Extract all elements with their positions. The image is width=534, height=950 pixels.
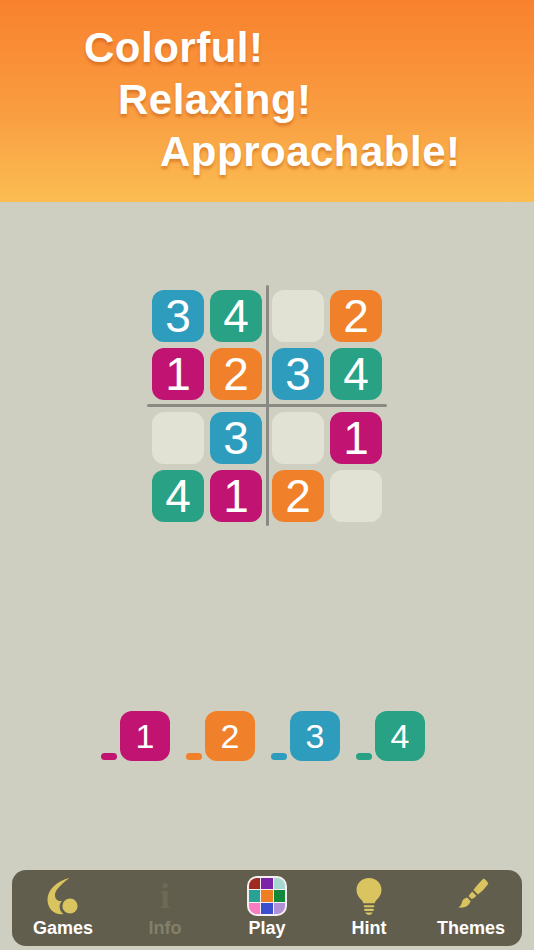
banner-line-1: Colorful! (84, 24, 263, 72)
sudoku-board: 342123431412 (152, 290, 382, 522)
tray-tile-1-count-dash (101, 753, 117, 760)
grid-cell-r1c2[interactable]: 4 (210, 290, 262, 342)
tray-tile-4-count-dash (356, 753, 372, 760)
grid-cell-r2c3[interactable]: 3 (272, 348, 324, 400)
play-icon-swatch (274, 878, 285, 889)
play-icon-swatch (249, 878, 260, 889)
tab-hint-label: Hint (352, 917, 387, 939)
grid-cell-r1c1[interactable]: 3 (152, 290, 204, 342)
play-icon-swatch (261, 878, 272, 889)
grid-cell-r2c1[interactable]: 1 (152, 348, 204, 400)
tray-tile-3[interactable]: 3 (290, 711, 340, 761)
grid-cell-r3c3[interactable] (272, 412, 324, 464)
grid-cell-r3c1[interactable] (152, 412, 204, 464)
tray-tile-1[interactable]: 1 (120, 711, 170, 761)
tab-info-label: Info (149, 917, 182, 939)
tray-tile-2[interactable]: 2 (205, 711, 255, 761)
number-tray: 1234 (120, 711, 425, 761)
themes-icon (451, 875, 491, 917)
tab-themes-label: Themes (437, 917, 505, 939)
tab-info[interactable]: i Info (114, 870, 216, 946)
tray-tile-2-count-dash (186, 753, 202, 760)
grid-cell-r3c2[interactable]: 3 (210, 412, 262, 464)
grid-cell-r3c4[interactable]: 1 (330, 412, 382, 464)
play-icon-swatch (274, 903, 285, 914)
play-icon-swatch (261, 890, 272, 901)
tab-games-label: Games (33, 917, 93, 939)
grid-cell-r4c2[interactable]: 1 (210, 470, 262, 522)
hint-icon (350, 875, 388, 917)
play-icon-swatch (274, 890, 285, 901)
grid-cell-r2c2[interactable]: 2 (210, 348, 262, 400)
grid-cell-r4c3[interactable]: 2 (272, 470, 324, 522)
play-icon-swatch (249, 903, 260, 914)
grid-cell-r4c1[interactable]: 4 (152, 470, 204, 522)
tray-tile-3-count-dash (271, 753, 287, 760)
tab-bar: Games i Info Play Hint (12, 870, 522, 946)
promo-banner: Colorful! Relaxing! Approachable! (0, 0, 534, 202)
tab-play-label: Play (248, 917, 285, 939)
tab-play[interactable]: Play (216, 870, 318, 946)
tab-games[interactable]: Games (12, 870, 114, 946)
grid-cell-r1c3[interactable] (272, 290, 324, 342)
grid-cell-r4c4[interactable] (330, 470, 382, 522)
tab-themes[interactable]: Themes (420, 870, 522, 946)
grid-cell-r1c4[interactable]: 2 (330, 290, 382, 342)
play-icon-swatch (249, 890, 260, 901)
grid-cell-r2c4[interactable]: 4 (330, 348, 382, 400)
tab-hint[interactable]: Hint (318, 870, 420, 946)
quadrant-divider-horizontal (147, 404, 387, 407)
play-icon-swatch (261, 903, 272, 914)
banner-line-3: Approachable! (160, 128, 461, 176)
games-icon (45, 875, 81, 917)
banner-line-2: Relaxing! (118, 76, 312, 124)
info-icon: i (160, 875, 170, 917)
play-icon-grid (247, 876, 287, 916)
play-icon (247, 875, 287, 917)
tray-tile-4[interactable]: 4 (375, 711, 425, 761)
